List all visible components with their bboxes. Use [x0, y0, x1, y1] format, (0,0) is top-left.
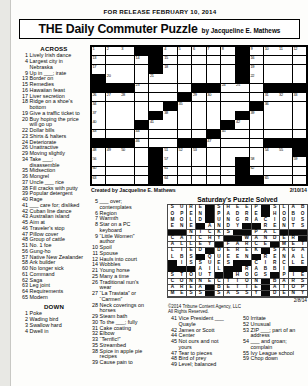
grid-cell: 14: [135, 56, 149, 65]
clue-column-3: 41Vice President ___ Quayle42James or Sc…: [168, 316, 232, 368]
grid-cell: [293, 56, 307, 65]
grid-cell: 3: [120, 47, 134, 56]
black-cell: [207, 130, 221, 139]
grid-cell: [178, 65, 192, 74]
cell-number: 36: [265, 102, 269, 106]
black-cell: [149, 167, 163, 176]
grid-cell: [207, 176, 221, 185]
clue-item: 45Not ours and not yours: [168, 339, 232, 351]
grid-cell: [106, 176, 120, 185]
solution-cell: E: [242, 205, 251, 211]
grid-cell: 18: [163, 65, 177, 74]
grid-cell: [278, 74, 292, 83]
grid-cell: [163, 120, 177, 129]
solution-cell: I: [261, 260, 270, 266]
solution-cell: E: [224, 248, 233, 254]
grid-cell: [178, 157, 192, 166]
solution-cell: S: [242, 291, 251, 297]
cell-number: 9: [250, 47, 252, 51]
grid-cell: [106, 102, 120, 111]
grid-cell: [250, 120, 264, 129]
solution-cell: E: [196, 205, 205, 211]
grid-cell: [278, 176, 292, 185]
grid-cell: 46: [135, 139, 149, 148]
solution-cell: U: [205, 260, 214, 266]
grid-cell: 55: [278, 148, 292, 157]
cell-number: 29: [193, 93, 197, 97]
grid-cell: [207, 157, 221, 166]
grid-cell: [221, 176, 235, 185]
cell-number: 45: [222, 129, 226, 133]
solution-cell: A: [298, 248, 307, 254]
solved-header: Saturday's Puzzle Solved: [167, 196, 308, 203]
solution-cell: S: [187, 254, 196, 260]
clue-column-4: 50Irritate52Unusual53ZIP ___; part of an…: [240, 316, 307, 362]
saturday-solved-grid: SURESHEEPSLABOPENPADREHOBOMOLDUNGRACIOUS…: [167, 204, 308, 298]
cell-number: 54: [265, 148, 269, 152]
clue-text: ___ and groan; complain: [251, 339, 307, 351]
grid-cell: [278, 111, 292, 120]
grid-cell: [207, 74, 221, 83]
solution-cell: S: [261, 272, 270, 278]
black-cell: [261, 285, 270, 291]
clue-number: 4: [19, 329, 30, 335]
solution-cell: Y: [215, 236, 224, 242]
grid-cell: 62: [250, 167, 264, 176]
grid-cell: [207, 56, 221, 65]
created-by: Created by Jacqueline E. Mathews: [91, 187, 176, 193]
grid-cell: 29: [192, 93, 206, 102]
cell-number: 46: [136, 139, 140, 143]
clue-number: 4: [19, 59, 30, 71]
grid-cell: 60: [92, 167, 106, 176]
solution-cell: S: [196, 260, 205, 266]
grid-cell: 36: [264, 102, 278, 111]
solution-cell: Y: [252, 291, 261, 297]
grid-cell: [264, 65, 278, 74]
cell-number: 30: [207, 93, 211, 97]
grid-cell: [163, 93, 177, 102]
grid-cell: [178, 84, 192, 93]
clue-number: 41: [168, 316, 179, 328]
clue-item: 9“Little Women” author: [89, 234, 150, 246]
grid-cell: [135, 157, 149, 166]
black-cell: [235, 176, 249, 185]
grid-cell: 32: [278, 93, 292, 102]
grid-cell: [178, 74, 192, 83]
solution-cell: S: [224, 230, 233, 236]
cell-number: 55: [279, 148, 283, 152]
black-cell: [261, 291, 270, 297]
black-cell: [235, 47, 249, 56]
grid-cell: [221, 157, 235, 166]
grid-cell: 59: [293, 157, 307, 166]
solution-cell: E: [168, 223, 177, 229]
solution-cell: H: [270, 211, 279, 217]
solution-cell: S: [187, 260, 196, 266]
grid-cell: [149, 130, 163, 139]
grid-cell: [106, 120, 120, 129]
grid-cell: [149, 139, 163, 148]
solution-cell: E: [298, 260, 307, 266]
cell-number: 59: [293, 157, 297, 161]
grid-cell: [192, 120, 206, 129]
cell-number: 2: [107, 47, 109, 51]
grid-cell: [250, 139, 264, 148]
grid-cell: 43: [92, 130, 106, 139]
solution-cell: E: [215, 260, 224, 266]
solution-cell: R: [242, 211, 251, 217]
clue-number: 49: [168, 362, 179, 368]
title-box: THE Daily Commuter Puzzle by Jacqueline …: [19, 19, 300, 39]
black-cell: [264, 84, 278, 93]
cell-number: 3: [121, 47, 123, 51]
grid-cell: [120, 130, 134, 139]
solution-cell: R: [233, 248, 242, 254]
grid-cell: [293, 130, 307, 139]
grid-cell: 53: [192, 148, 206, 157]
grid-cell: [264, 157, 278, 166]
crossword-grid: 1234567891011121314151617181920212223242…: [90, 45, 308, 186]
cell-number: 6: [193, 47, 195, 51]
cell-number: 39: [250, 111, 254, 115]
cell-number: 14: [136, 56, 140, 60]
grid-cell: [293, 167, 307, 176]
clue-number: 54: [240, 339, 251, 351]
solution-cell: Q: [205, 254, 214, 260]
solution-cell: E: [252, 211, 261, 217]
solution-cell: B: [270, 266, 279, 272]
cell-number: 16: [250, 56, 254, 60]
down-clue-list-3: 41Vice President ___ Quayle42James or Sc…: [168, 316, 232, 368]
grid-cell: [120, 157, 134, 166]
solution-cell: E: [270, 254, 279, 260]
solution-cell: U: [177, 205, 186, 211]
grid-cell: [278, 65, 292, 74]
solution-cell: R: [270, 260, 279, 266]
grid-cell: [120, 167, 134, 176]
cell-number: 25: [236, 83, 240, 87]
cell-number: 48: [92, 148, 96, 152]
grid-cell: [120, 120, 134, 129]
grid-cell: [135, 167, 149, 176]
cell-number: 65: [265, 176, 269, 180]
grid-cell: [207, 120, 221, 129]
cell-number: 22: [250, 74, 254, 78]
down-header: DOWN: [25, 304, 83, 310]
grid-cell: [293, 102, 307, 111]
grid-cell: [192, 111, 206, 120]
clue-item: 65Modern: [19, 295, 83, 301]
grid-cell: 2: [106, 47, 120, 56]
grid-cell: 12: [293, 47, 307, 56]
grid-cell: [149, 102, 163, 111]
grid-cell: [293, 65, 307, 74]
grid-cell: [278, 120, 292, 129]
solution-cell: L: [289, 260, 298, 266]
solution-cell: D: [196, 217, 205, 223]
grid-cell: [106, 111, 120, 120]
clue-text: Cause pain to: [100, 360, 150, 366]
grid-cell: 44: [135, 130, 149, 139]
grid-cell: [149, 93, 163, 102]
clue-text: “La Traviata” or “Carmen”: [100, 291, 150, 303]
clue-item: 39Cause pain to: [89, 360, 150, 366]
black-cell: [261, 205, 270, 211]
grid-cell: [207, 148, 221, 157]
black-cell: [293, 84, 307, 93]
solution-cell: N: [280, 223, 289, 229]
solution-cell: N: [196, 211, 205, 217]
cell-number: 1: [92, 47, 94, 51]
black-cell: [192, 84, 206, 93]
black-cell: [205, 205, 214, 211]
grid-cell: 38: [163, 111, 177, 120]
black-cell: [233, 230, 242, 236]
cell-number: 28: [121, 93, 125, 97]
grid-cell: 35: [178, 102, 192, 111]
black-cell: [278, 84, 292, 93]
clue-text: Vice President ___ Quayle: [179, 316, 232, 328]
solution-cell: H: [224, 205, 233, 211]
clue-text: Star on a PC keyboard: [100, 222, 150, 234]
grid-cell: [192, 56, 206, 65]
grid-cell: [106, 130, 120, 139]
solution-cell: R: [187, 205, 196, 211]
black-cell: [106, 84, 120, 93]
cell-number: 56: [92, 157, 96, 161]
solution-cell: L: [298, 254, 307, 260]
grid-cell: 28: [120, 93, 134, 102]
solution-cell: L: [215, 266, 224, 272]
solution-cell: C: [280, 260, 289, 266]
solution-cell: E: [261, 242, 270, 248]
cell-number: 24: [222, 83, 226, 87]
solution-cell: Y: [205, 242, 214, 248]
solution-cell: S: [233, 291, 242, 297]
cell-number: 31: [265, 93, 269, 97]
solution-cell: S: [298, 223, 307, 229]
grid-cell: [178, 111, 192, 120]
solution-cell: A: [289, 254, 298, 260]
cell-number: 26: [92, 93, 96, 97]
grid-cell: [192, 102, 206, 111]
cell-number: 57: [164, 157, 168, 161]
grid-cell: 52: [178, 148, 192, 157]
grid-cell: [235, 148, 249, 157]
grid-cell: [178, 56, 192, 65]
grid-cell: [135, 148, 149, 157]
cell-number: 53: [193, 148, 197, 152]
grid-cell: [278, 157, 292, 166]
clue-item: 59Chop down: [240, 356, 307, 362]
grid-cell: 1: [92, 47, 106, 56]
solution-cell: N: [289, 291, 298, 297]
solution-cell: D: [233, 211, 242, 217]
solution-cell: A: [280, 248, 289, 254]
grid-cell: [120, 56, 134, 65]
down-clue-list-2: 5___ over; contemplates6Region7Warmth8St…: [89, 199, 150, 366]
grid-cell: [163, 74, 177, 83]
clue-column-left: ACROSS 1Lively Irish dance4Largest city …: [19, 46, 83, 334]
grid-cell: [192, 65, 206, 74]
grid-cell: 45: [221, 130, 235, 139]
grid-cell: [250, 93, 264, 102]
grid-cell: [221, 93, 235, 102]
grid-cell: [235, 130, 249, 139]
black-cell: [205, 248, 214, 254]
grid-cell: [207, 111, 221, 120]
grid-cell: 33: [293, 93, 307, 102]
grid-cell: [293, 176, 307, 185]
cell-number: 37: [92, 111, 96, 115]
grid-cell: [106, 157, 120, 166]
grid-cell: [264, 130, 278, 139]
solution-cell: M: [168, 291, 177, 297]
solution-cell: S: [168, 205, 177, 211]
solution-cell: O: [298, 211, 307, 217]
grid-cell: [135, 176, 149, 185]
grid-cell: 54: [264, 148, 278, 157]
grid-cell: [221, 102, 235, 111]
black-cell: [205, 291, 214, 297]
grid-cell: [149, 84, 163, 93]
cell-number: 10: [265, 47, 269, 51]
grid-cell: [221, 139, 235, 148]
grid-cell: [192, 74, 206, 83]
clue-text: Dwell in: [30, 329, 83, 335]
cell-number: 23: [136, 83, 140, 87]
cell-number: 21: [150, 74, 154, 78]
grid-cell: 47: [207, 139, 221, 148]
grid-cell: 41: [149, 120, 163, 129]
grid-cell: 22: [250, 74, 264, 83]
grid-cell: 64: [163, 176, 177, 185]
byline: by Jacqueline E. Mathews: [202, 24, 281, 34]
grid-cell: [192, 157, 206, 166]
grid-cell: [120, 74, 134, 83]
solution-cell: E: [205, 279, 214, 285]
grid-cell: [278, 56, 292, 65]
cell-number: 18: [164, 65, 168, 69]
solution-cell: E: [280, 291, 289, 297]
clue-text: Not ours and not yours: [179, 339, 232, 351]
grid-cell: [221, 65, 235, 74]
solution-cell: A: [224, 211, 233, 217]
grid-cell: [207, 65, 221, 74]
grid-cell: 9: [250, 47, 264, 56]
black-cell: [242, 260, 251, 266]
cell-number: 34: [92, 102, 96, 106]
solution-cell: A: [252, 217, 261, 223]
cell-number: 64: [164, 176, 168, 180]
solution-cell: S: [187, 291, 196, 297]
cell-number: 35: [179, 102, 183, 106]
copyright-line: ©2014 Tribune Content Agency, LLC: [168, 304, 241, 309]
grid-cell: [106, 56, 120, 65]
cell-number: 44: [136, 129, 140, 133]
clue-item: 49Level; balanced: [168, 362, 232, 368]
cell-number: 62: [250, 166, 254, 170]
clue-item: 5___ over; contemplates: [89, 199, 150, 211]
grid-cell: [278, 102, 292, 111]
grid-cell: [264, 56, 278, 65]
black-cell: [293, 139, 307, 148]
grid-cell: [250, 84, 264, 93]
clue-number: 59: [240, 356, 251, 362]
cell-number: 52: [179, 148, 183, 152]
black-cell: [149, 176, 163, 185]
grid-cell: [221, 111, 235, 120]
grid-cell: 20: [106, 74, 120, 83]
solution-cell: R: [261, 254, 270, 260]
clue-text: Level; balanced: [179, 362, 232, 368]
grid-cell: [293, 120, 307, 129]
clue-item: 54___ and groan; complain: [240, 339, 307, 351]
black-cell: [235, 157, 249, 166]
grid-cell: [278, 130, 292, 139]
solution-cell: Y: [233, 223, 242, 229]
grid-cell: 21: [149, 74, 163, 83]
clue-item: 27“La Traviata” or “Carmen”: [89, 291, 150, 303]
solution-cell: S: [270, 205, 279, 211]
black-cell: [235, 167, 249, 176]
clue-item: 4Dwell in: [19, 329, 83, 335]
black-cell: [92, 84, 106, 93]
clue-text: ___ over; contemplates: [100, 199, 150, 211]
cell-number: 32: [279, 93, 283, 97]
solution-cell: I: [177, 260, 186, 266]
across-clue-list: 1Lively Irish dance4Largest city in Nebr…: [19, 53, 83, 300]
grid-cell: [221, 167, 235, 176]
grid-cell: [278, 167, 292, 176]
grid-cell: [120, 111, 134, 120]
black-cell: [149, 47, 163, 56]
grid-cell: [120, 65, 134, 74]
cell-number: 27: [107, 93, 111, 97]
solution-cell: D: [196, 248, 205, 254]
clue-column-middle: 5___ over; contemplates6Region7Warmth8St…: [89, 199, 150, 366]
grid-cell: [250, 130, 264, 139]
clue-number: 65: [19, 295, 30, 301]
grid-cell: 27: [106, 93, 120, 102]
cell-number: 49: [107, 148, 111, 152]
grid-cell: [106, 167, 120, 176]
grid-cell: [178, 130, 192, 139]
grid-cell: 5: [178, 47, 192, 56]
black-cell: [252, 254, 261, 260]
clue-item: 8Star on a PC keyboard: [89, 222, 150, 234]
black-cell: [168, 260, 177, 266]
solution-cell: B: [289, 211, 298, 217]
grid-cell: 63: [92, 176, 106, 185]
black-cell: [135, 47, 149, 56]
cell-number: 42: [236, 120, 240, 124]
cell-number: 5: [179, 47, 181, 51]
grid-cell: [264, 120, 278, 129]
solution-cell: E: [242, 248, 251, 254]
black-cell: [233, 260, 242, 266]
grid-cell: [135, 93, 149, 102]
grid-cell: 4: [163, 47, 177, 56]
cell-number: 8: [222, 47, 224, 51]
grid-cell: [178, 167, 192, 176]
grid-cell: [264, 111, 278, 120]
solution-cell: P: [215, 211, 224, 217]
solution-cell: L: [280, 205, 289, 211]
grid-cell: 6: [192, 47, 206, 56]
cell-number: 63: [92, 176, 96, 180]
